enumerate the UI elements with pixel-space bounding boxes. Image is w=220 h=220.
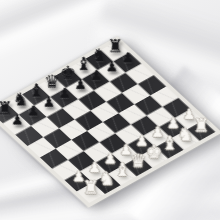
piece-black-pawn: ♟ [58, 86, 71, 100]
piece-white-bishop: ♝ [114, 161, 130, 179]
piece-black-pawn: ♟ [11, 113, 24, 127]
chess-board: ♜♞♝♛♚♝♞♜♟♟♟♟♟♟♟♟♟♟♟♟♟♟♟♟♜♞♝♛♚♝♞♜ [0, 41, 215, 203]
piece-black-pawn: ♟ [42, 95, 55, 109]
piece-black-pawn: ♟ [74, 77, 87, 91]
board-grid: ♜♞♝♛♚♝♞♜♟♟♟♟♟♟♟♟♟♟♟♟♟♟♟♟♜♞♝♛♚♝♞♜ [0, 41, 215, 203]
piece-black-pawn: ♟ [105, 59, 118, 73]
piece-black-pawn: ♟ [121, 51, 134, 65]
piece-white-queen: ♛ [130, 152, 146, 170]
piece-white-knight: ♞ [177, 126, 193, 144]
piece-black-pawn: ♟ [90, 68, 103, 82]
piece-white-rook: ♜ [83, 179, 99, 197]
piece-white-bishop: ♝ [162, 134, 178, 152]
photo-scene: ♜♞♝♛♚♝♞♜♟♟♟♟♟♟♟♟♟♟♟♟♟♟♟♟♜♞♝♛♚♝♞♜ [0, 0, 220, 220]
piece-black-pawn: ♟ [27, 104, 40, 118]
piece-white-rook: ♜ [193, 117, 209, 135]
piece-white-king: ♚ [146, 143, 162, 161]
piece-white-knight: ♞ [99, 170, 115, 188]
